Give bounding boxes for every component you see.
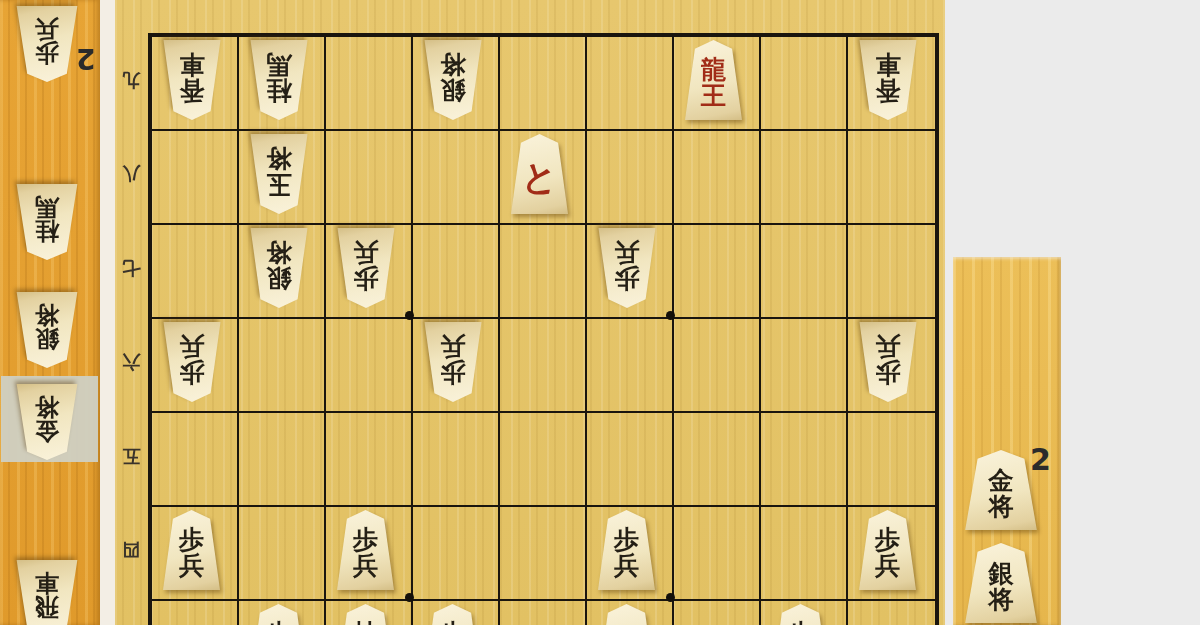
piece-pawn[interactable]: 歩兵 [857, 322, 919, 402]
square-3九[interactable] [326, 37, 413, 131]
square-3八[interactable] [326, 131, 413, 225]
square-5五[interactable] [500, 413, 587, 507]
piece-pawn[interactable]: 歩兵 [422, 604, 484, 625]
shogi-board-grid [148, 33, 939, 625]
piece-lance[interactable]: 香車 [857, 40, 919, 120]
square-8八[interactable] [761, 131, 848, 225]
piece-pawn[interactable]: 歩兵 [596, 510, 658, 590]
square-8七[interactable] [761, 225, 848, 319]
shogi-screenshot: 九八七六五四香車桂馬銀将龍王香車玉将と銀将歩兵歩兵歩兵歩兵歩兵歩兵歩兵歩兵歩兵歩… [0, 0, 1200, 625]
square-5三[interactable] [500, 601, 587, 625]
square-4五[interactable] [413, 413, 500, 507]
square-1八[interactable] [152, 131, 239, 225]
square-5四[interactable] [500, 507, 587, 601]
rank-label-八: 八 [117, 127, 146, 221]
piece-knight[interactable]: 桂馬 [248, 40, 310, 120]
piece-pawn[interactable]: 歩兵 [770, 604, 832, 625]
square-7三[interactable] [674, 601, 761, 625]
square-5六[interactable] [500, 319, 587, 413]
gote-hand-count: 2 [1030, 442, 1051, 477]
square-7五[interactable] [674, 413, 761, 507]
piece-pawn[interactable]: 歩兵 [14, 6, 80, 82]
square-1七[interactable] [152, 225, 239, 319]
square-6五[interactable] [587, 413, 674, 507]
square-9五[interactable] [848, 413, 935, 507]
piece-pawn[interactable]: 歩兵 [335, 510, 397, 590]
rank-label-七: 七 [117, 221, 146, 315]
piece-pawn[interactable]: 歩兵 [596, 228, 658, 308]
square-3五[interactable] [326, 413, 413, 507]
background-gap [100, 0, 115, 625]
square-1五[interactable] [152, 413, 239, 507]
piece-tokin[interactable]: と [509, 134, 571, 214]
square-6八[interactable] [587, 131, 674, 225]
square-1三[interactable] [152, 601, 239, 625]
rank-label-五: 五 [117, 409, 146, 503]
square-8五[interactable] [761, 413, 848, 507]
square-3六[interactable] [326, 319, 413, 413]
piece-silver[interactable]: 銀将 [962, 543, 1040, 623]
star-point [405, 311, 414, 320]
square-7八[interactable] [674, 131, 761, 225]
square-2五[interactable] [239, 413, 326, 507]
piece-silver[interactable]: 銀将 [248, 228, 310, 308]
piece-rook[interactable]: 飛車 [14, 560, 80, 625]
piece-gold[interactable]: 金将 [14, 384, 80, 460]
sente-hand-count: 2 [76, 42, 95, 75]
square-8六[interactable] [761, 319, 848, 413]
piece-silver[interactable]: 銀将 [14, 292, 80, 368]
rank-label-九: 九 [117, 33, 146, 127]
square-4四[interactable] [413, 507, 500, 601]
square-7四[interactable] [674, 507, 761, 601]
piece-pawn[interactable]: 歩兵 [422, 322, 484, 402]
rank-label-六: 六 [117, 315, 146, 409]
square-5七[interactable] [500, 225, 587, 319]
square-9八[interactable] [848, 131, 935, 225]
square-2四[interactable] [239, 507, 326, 601]
square-8四[interactable] [761, 507, 848, 601]
square-4七[interactable] [413, 225, 500, 319]
piece-knight[interactable]: 桂馬 [14, 184, 80, 260]
piece-pawn[interactable]: 歩兵 [248, 604, 310, 625]
square-7六[interactable] [674, 319, 761, 413]
square-7七[interactable] [674, 225, 761, 319]
square-6九[interactable] [587, 37, 674, 131]
piece-dragon[interactable]: 龍王 [683, 40, 745, 120]
star-point [405, 593, 414, 602]
rank-label-四: 四 [117, 503, 146, 597]
piece-horse[interactable]: 馬 [596, 604, 658, 625]
square-9七[interactable] [848, 225, 935, 319]
square-2六[interactable] [239, 319, 326, 413]
square-5九[interactable] [500, 37, 587, 131]
square-9三[interactable] [848, 601, 935, 625]
piece-pawn[interactable]: 歩兵 [161, 510, 223, 590]
piece-pawn[interactable]: 歩兵 [335, 228, 397, 308]
star-point [666, 311, 675, 320]
piece-silver[interactable]: 銀将 [422, 40, 484, 120]
piece-lance[interactable]: 香車 [161, 40, 223, 120]
square-6六[interactable] [587, 319, 674, 413]
star-point [666, 593, 675, 602]
piece-pawn[interactable]: 歩兵 [161, 322, 223, 402]
square-8九[interactable] [761, 37, 848, 131]
piece-pawn[interactable]: 歩兵 [857, 510, 919, 590]
piece-king[interactable]: 玉将 [248, 134, 310, 214]
square-4八[interactable] [413, 131, 500, 225]
piece-gold[interactable]: 金将 [962, 450, 1040, 530]
piece-knight[interactable]: 桂馬 [335, 604, 397, 625]
